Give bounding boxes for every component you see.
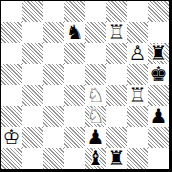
square-d1[interactable] (64, 148, 85, 169)
square-g6[interactable]: ♟♙ (127, 43, 148, 64)
square-b8[interactable] (22, 1, 43, 22)
square-h1[interactable] (148, 148, 169, 169)
square-b6[interactable] (22, 43, 43, 64)
square-f2[interactable] (106, 127, 127, 148)
square-f7[interactable]: ♜♖ (106, 22, 127, 43)
white-knight-e3-fill: ♞ (85, 106, 106, 127)
square-f6[interactable] (106, 43, 127, 64)
square-c6[interactable] (43, 43, 64, 64)
piece-white-knight-e4[interactable]: ♘ (85, 85, 106, 106)
square-b5[interactable] (22, 64, 43, 85)
piece-black-pawn-e2[interactable]: ♟ (85, 127, 106, 148)
square-a7[interactable] (1, 22, 22, 43)
square-g3[interactable] (127, 106, 148, 127)
square-d6[interactable] (64, 43, 85, 64)
square-f8[interactable] (106, 1, 127, 22)
square-b4[interactable] (22, 85, 43, 106)
square-g5[interactable] (127, 64, 148, 85)
piece-black-pawn-h3[interactable]: ♟ (148, 106, 169, 127)
square-g1[interactable] (127, 148, 148, 169)
square-c7[interactable] (43, 22, 64, 43)
square-c4[interactable] (43, 85, 64, 106)
square-h5[interactable]: ♚ (148, 64, 169, 85)
square-e6[interactable] (85, 43, 106, 64)
square-e5[interactable] (85, 64, 106, 85)
square-h7[interactable] (148, 22, 169, 43)
piece-white-rook-g4[interactable]: ♖ (127, 85, 148, 106)
square-h3[interactable]: ♟ (148, 106, 169, 127)
square-e8[interactable] (85, 1, 106, 22)
chess-board: ♞♜♖♟♙♜♚♞♘♜♖♞♘♟♚♔♟♝♜ (1, 1, 169, 169)
piece-white-king-a2[interactable]: ♔ (1, 127, 22, 148)
square-b1[interactable] (22, 148, 43, 169)
white-rook-g4-fill: ♜ (127, 85, 148, 106)
square-f1[interactable]: ♜ (106, 148, 127, 169)
square-b7[interactable] (22, 22, 43, 43)
square-g7[interactable] (127, 22, 148, 43)
square-h2[interactable] (148, 127, 169, 148)
square-c8[interactable] (43, 1, 64, 22)
square-e3[interactable]: ♞♘ (85, 106, 106, 127)
piece-black-king-h5[interactable]: ♚ (148, 64, 169, 85)
square-a4[interactable] (1, 85, 22, 106)
piece-black-bishop-e1[interactable]: ♝ (85, 148, 106, 169)
square-d3[interactable] (64, 106, 85, 127)
square-d8[interactable] (64, 1, 85, 22)
square-c3[interactable] (43, 106, 64, 127)
piece-black-rook-f1[interactable]: ♜ (106, 148, 127, 169)
piece-white-knight-e3[interactable]: ♘ (85, 106, 106, 127)
square-a1[interactable] (1, 148, 22, 169)
square-c2[interactable] (43, 127, 64, 148)
square-a2[interactable]: ♚♔ (1, 127, 22, 148)
square-f3[interactable] (106, 106, 127, 127)
square-f5[interactable] (106, 64, 127, 85)
square-a3[interactable] (1, 106, 22, 127)
white-king-a2-fill: ♚ (1, 127, 22, 148)
square-a8[interactable] (1, 1, 22, 22)
white-pawn-g6-fill: ♟ (127, 43, 148, 64)
square-d2[interactable] (64, 127, 85, 148)
square-c1[interactable] (43, 148, 64, 169)
square-d7[interactable]: ♞ (64, 22, 85, 43)
square-e2[interactable]: ♟ (85, 127, 106, 148)
piece-white-rook-f7[interactable]: ♖ (106, 22, 127, 43)
square-e4[interactable]: ♞♘ (85, 85, 106, 106)
square-e1[interactable]: ♝ (85, 148, 106, 169)
square-b2[interactable] (22, 127, 43, 148)
square-h6[interactable]: ♜ (148, 43, 169, 64)
white-rook-f7-fill: ♜ (106, 22, 127, 43)
white-knight-e4-fill: ♞ (85, 85, 106, 106)
square-d5[interactable] (64, 64, 85, 85)
piece-black-knight-d7[interactable]: ♞ (64, 22, 85, 43)
square-g8[interactable] (127, 1, 148, 22)
square-h8[interactable] (148, 1, 169, 22)
square-h4[interactable] (148, 85, 169, 106)
square-a5[interactable] (1, 64, 22, 85)
square-d4[interactable] (64, 85, 85, 106)
square-e7[interactable] (85, 22, 106, 43)
piece-black-rook-h6[interactable]: ♜ (148, 43, 169, 64)
square-c5[interactable] (43, 64, 64, 85)
piece-white-pawn-g6[interactable]: ♙ (127, 43, 148, 64)
square-g2[interactable] (127, 127, 148, 148)
square-g4[interactable]: ♜♖ (127, 85, 148, 106)
chess-diagram-frame: ♞♜♖♟♙♜♚♞♘♜♖♞♘♟♚♔♟♝♜ (0, 0, 172, 172)
square-b3[interactable] (22, 106, 43, 127)
square-a6[interactable] (1, 43, 22, 64)
square-f4[interactable] (106, 85, 127, 106)
